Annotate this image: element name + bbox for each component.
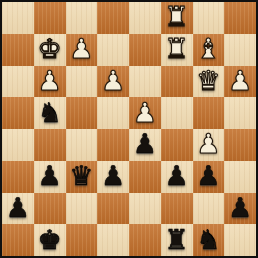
- black-pawn[interactable]: ♟: [101, 162, 125, 189]
- square-d5[interactable]: [97, 97, 129, 129]
- white-bishop[interactable]: ♝: [196, 35, 220, 62]
- square-f3[interactable]: ♟: [161, 161, 193, 193]
- black-knight[interactable]: ♞: [38, 99, 62, 126]
- black-queen[interactable]: ♛: [69, 162, 93, 189]
- square-f1[interactable]: ♜: [161, 224, 193, 256]
- white-queen[interactable]: ♛: [196, 67, 220, 94]
- square-a7[interactable]: [2, 34, 34, 66]
- square-d8[interactable]: [97, 2, 129, 34]
- square-d7[interactable]: [97, 34, 129, 66]
- square-e1[interactable]: [129, 224, 161, 256]
- square-e7[interactable]: [129, 34, 161, 66]
- square-h6[interactable]: ♟: [224, 66, 256, 98]
- square-b7[interactable]: ♚: [34, 34, 66, 66]
- square-d4[interactable]: [97, 129, 129, 161]
- square-c5[interactable]: [66, 97, 98, 129]
- black-king[interactable]: ♚: [38, 226, 62, 253]
- square-b8[interactable]: [34, 2, 66, 34]
- black-pawn[interactable]: ♟: [196, 162, 220, 189]
- black-pawn[interactable]: ♟: [165, 162, 189, 189]
- square-e8[interactable]: [129, 2, 161, 34]
- square-e6[interactable]: [129, 66, 161, 98]
- black-knight[interactable]: ♞: [196, 226, 220, 253]
- square-f6[interactable]: [161, 66, 193, 98]
- square-d6[interactable]: ♟: [97, 66, 129, 98]
- white-pawn[interactable]: ♟: [228, 67, 252, 94]
- square-g2[interactable]: [193, 193, 225, 225]
- square-c7[interactable]: ♟: [66, 34, 98, 66]
- white-pawn[interactable]: ♟: [101, 67, 125, 94]
- square-f2[interactable]: [161, 193, 193, 225]
- square-d1[interactable]: [97, 224, 129, 256]
- white-pawn[interactable]: ♟: [133, 99, 157, 126]
- square-b1[interactable]: ♚: [34, 224, 66, 256]
- black-pawn[interactable]: ♟: [133, 130, 157, 157]
- white-rook[interactable]: ♜: [165, 35, 189, 62]
- square-a3[interactable]: [2, 161, 34, 193]
- square-c8[interactable]: [66, 2, 98, 34]
- square-d2[interactable]: [97, 193, 129, 225]
- black-rook[interactable]: ♜: [165, 226, 189, 253]
- square-b2[interactable]: [34, 193, 66, 225]
- square-c6[interactable]: [66, 66, 98, 98]
- square-f8[interactable]: ♜: [161, 2, 193, 34]
- square-e3[interactable]: [129, 161, 161, 193]
- square-e5[interactable]: ♟: [129, 97, 161, 129]
- chess-board-frame: ♜♚♟♜♝♟♟♛♟♞♟♟♟♟♛♟♟♟♟♟♚♜♞: [0, 0, 258, 258]
- white-pawn[interactable]: ♟: [196, 130, 220, 157]
- square-b6[interactable]: ♟: [34, 66, 66, 98]
- black-pawn[interactable]: ♟: [228, 194, 252, 221]
- square-g8[interactable]: [193, 2, 225, 34]
- chess-board: ♜♚♟♜♝♟♟♛♟♞♟♟♟♟♛♟♟♟♟♟♚♜♞: [2, 2, 256, 256]
- square-g5[interactable]: [193, 97, 225, 129]
- square-g3[interactable]: ♟: [193, 161, 225, 193]
- square-a4[interactable]: [2, 129, 34, 161]
- square-c2[interactable]: [66, 193, 98, 225]
- square-c4[interactable]: [66, 129, 98, 161]
- square-b3[interactable]: ♟: [34, 161, 66, 193]
- square-a2[interactable]: ♟: [2, 193, 34, 225]
- square-b5[interactable]: ♞: [34, 97, 66, 129]
- square-e4[interactable]: ♟: [129, 129, 161, 161]
- square-h3[interactable]: [224, 161, 256, 193]
- square-f4[interactable]: [161, 129, 193, 161]
- square-h1[interactable]: [224, 224, 256, 256]
- white-pawn[interactable]: ♟: [38, 67, 62, 94]
- square-h2[interactable]: ♟: [224, 193, 256, 225]
- square-f5[interactable]: [161, 97, 193, 129]
- white-pawn[interactable]: ♟: [69, 35, 93, 62]
- square-a1[interactable]: [2, 224, 34, 256]
- square-g6[interactable]: ♛: [193, 66, 225, 98]
- square-g1[interactable]: ♞: [193, 224, 225, 256]
- square-e2[interactable]: [129, 193, 161, 225]
- square-h7[interactable]: [224, 34, 256, 66]
- white-rook[interactable]: ♜: [165, 3, 189, 30]
- white-king[interactable]: ♚: [38, 35, 62, 62]
- square-h8[interactable]: [224, 2, 256, 34]
- black-pawn[interactable]: ♟: [6, 194, 30, 221]
- square-a6[interactable]: [2, 66, 34, 98]
- black-pawn[interactable]: ♟: [38, 162, 62, 189]
- square-a8[interactable]: [2, 2, 34, 34]
- square-b4[interactable]: [34, 129, 66, 161]
- square-c3[interactable]: ♛: [66, 161, 98, 193]
- square-c1[interactable]: [66, 224, 98, 256]
- square-h5[interactable]: [224, 97, 256, 129]
- square-g7[interactable]: ♝: [193, 34, 225, 66]
- square-g4[interactable]: ♟: [193, 129, 225, 161]
- square-a5[interactable]: [2, 97, 34, 129]
- square-f7[interactable]: ♜: [161, 34, 193, 66]
- square-h4[interactable]: [224, 129, 256, 161]
- square-d3[interactable]: ♟: [97, 161, 129, 193]
